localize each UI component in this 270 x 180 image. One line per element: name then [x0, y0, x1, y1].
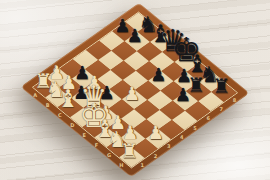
- file-label-c: C: [58, 112, 62, 117]
- rank-label-7: 7: [219, 107, 222, 112]
- rank-label-5: 5: [193, 126, 196, 131]
- file-label-a: A: [34, 92, 38, 97]
- chess-board: ♞♝♛♚♝♞♜♟♟♟♜♟♟♟♟♟♟♟♟♟♟♛♟♟♟♜♞♝♚♝♞♜ ABCDEFG…: [21, 3, 250, 177]
- rank-label-3: 3: [167, 144, 170, 149]
- file-label-g: G: [107, 152, 111, 157]
- file-label-h: H: [120, 162, 124, 167]
- rank-label-2: 2: [153, 154, 156, 159]
- rank-label-4: 4: [180, 135, 183, 140]
- rank-label-8: 8: [232, 98, 235, 103]
- file-label-b: B: [46, 102, 50, 107]
- chess-photo-scene: ♞♝♛♚♝♞♜♟♟♟♜♟♟♟♟♟♟♟♟♟♟♛♟♟♟♜♞♝♚♝♞♜ ABCDEFG…: [0, 0, 270, 180]
- rank-label-6: 6: [206, 116, 209, 121]
- file-label-f: F: [95, 142, 98, 147]
- board-grid: ♞♝♛♚♝♞♜♟♟♟♜♟♟♟♟♟♟♟♟♟♟♛♟♟♟♜♞♝♚♝♞♜: [33, 13, 237, 168]
- rank-label-1: 1: [140, 163, 143, 168]
- file-label-e: E: [83, 132, 86, 137]
- file-label-d: D: [71, 122, 75, 127]
